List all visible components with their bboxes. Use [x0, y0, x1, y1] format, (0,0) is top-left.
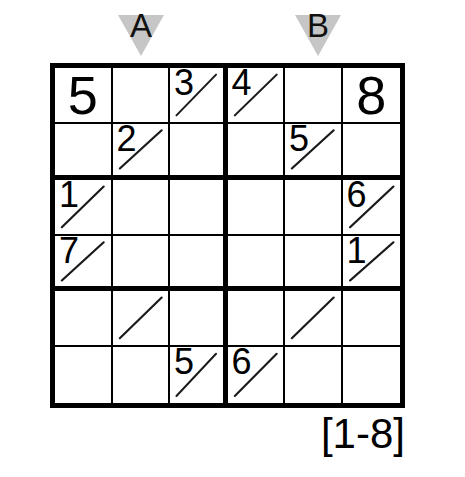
cell-r3c3[interactable]: [170, 180, 228, 236]
digit-range-label: [1-8]: [321, 411, 405, 457]
given-upper-digit: 2: [117, 121, 137, 157]
marker-b-label: B: [295, 9, 341, 42]
given-upper-digit: 6: [347, 177, 367, 213]
cell-r1c5[interactable]: [285, 68, 343, 124]
cell-r5c3[interactable]: [170, 291, 228, 347]
given-digit: 5: [68, 68, 98, 122]
given-upper-digit: 7: [59, 233, 79, 269]
cell-r3c2[interactable]: [113, 180, 171, 236]
answer-marker-a: A: [118, 15, 164, 56]
cell-r1c6: 8: [343, 68, 401, 124]
puzzle-page: A B 534825167156 [1-8]: [0, 0, 465, 477]
cell-r1c3[interactable]: 3: [170, 68, 228, 124]
cell-r2c6[interactable]: [343, 124, 401, 180]
given-digit: 8: [356, 68, 386, 122]
given-upper-digit: 5: [289, 121, 309, 157]
marker-a-label: A: [118, 9, 164, 42]
given-upper-digit: 3: [174, 65, 194, 101]
cell-r6c2[interactable]: [113, 347, 171, 403]
cell-r3c1[interactable]: 1: [55, 180, 113, 236]
cell-r4c4[interactable]: [228, 236, 286, 292]
cell-r4c3[interactable]: [170, 236, 228, 292]
cell-r5c4[interactable]: [228, 291, 286, 347]
cell-r2c4[interactable]: [228, 124, 286, 180]
cell-r2c3[interactable]: [170, 124, 228, 180]
cell-r6c3[interactable]: 5: [170, 347, 228, 403]
given-upper-digit: 4: [232, 65, 252, 101]
slash-divider-icon: [113, 291, 169, 345]
cell-r6c5[interactable]: [285, 347, 343, 403]
slash-divider-icon: [285, 291, 341, 345]
given-upper-digit: 5: [174, 344, 194, 380]
cell-r5c5[interactable]: [285, 291, 343, 347]
cell-r5c2[interactable]: [113, 291, 171, 347]
cell-r4c1[interactable]: 7: [55, 236, 113, 292]
cell-r4c5[interactable]: [285, 236, 343, 292]
cell-r3c5[interactable]: [285, 180, 343, 236]
cell-r1c1: 5: [55, 68, 113, 124]
cell-r5c6[interactable]: [343, 291, 401, 347]
given-upper-digit: 1: [59, 177, 79, 213]
cell-r4c2[interactable]: [113, 236, 171, 292]
cell-r6c4[interactable]: 6: [228, 347, 286, 403]
cell-r3c4[interactable]: [228, 180, 286, 236]
given-upper-digit: 6: [232, 344, 252, 380]
cell-r4c6[interactable]: 1: [343, 236, 401, 292]
answer-marker-b: B: [295, 15, 341, 56]
cell-r2c1[interactable]: [55, 124, 113, 180]
cell-r2c5[interactable]: 5: [285, 124, 343, 180]
given-upper-digit: 1: [347, 233, 367, 269]
cell-r1c4[interactable]: 4: [228, 68, 286, 124]
cell-r1c2[interactable]: [113, 68, 171, 124]
cell-r2c2[interactable]: 2: [113, 124, 171, 180]
cell-r6c1[interactable]: [55, 347, 113, 403]
cell-r3c6[interactable]: 6: [343, 180, 401, 236]
sudoku-board: 534825167156: [50, 63, 405, 408]
cell-r5c1[interactable]: [55, 291, 113, 347]
cell-r6c6[interactable]: [343, 347, 401, 403]
